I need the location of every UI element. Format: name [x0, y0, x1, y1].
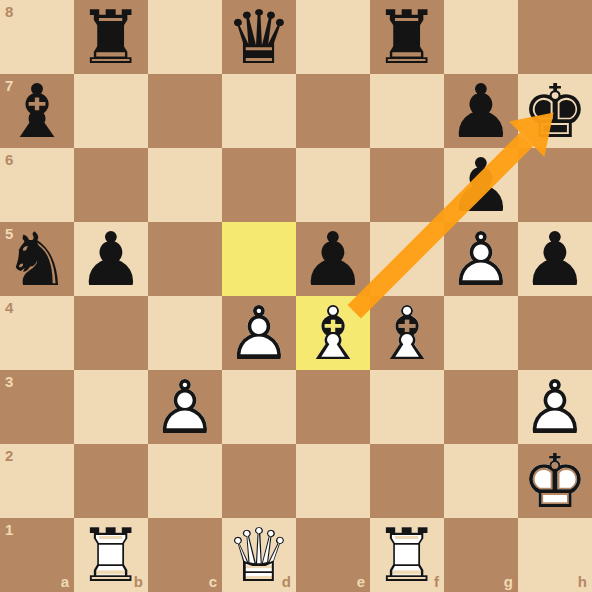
square-h8[interactable] [518, 0, 592, 74]
file-label-d: d [282, 573, 291, 590]
square-b1[interactable]: b♜♖ [74, 518, 148, 592]
square-h5[interactable]: ♟ [518, 222, 592, 296]
square-a3[interactable]: 3 [0, 370, 74, 444]
square-b2[interactable] [74, 444, 148, 518]
square-a6[interactable]: 6 [0, 148, 74, 222]
square-b4[interactable] [74, 296, 148, 370]
file-label-b: b [134, 573, 143, 590]
square-c7[interactable] [148, 74, 222, 148]
piece-black-r-b8[interactable]: ♜ [74, 0, 148, 74]
square-c8[interactable] [148, 0, 222, 74]
piece-white-p-h3[interactable]: ♟♙ [518, 370, 592, 444]
square-a4[interactable]: 4 [0, 296, 74, 370]
file-label-c: c [209, 573, 217, 590]
rank-label-5: 5 [5, 225, 13, 242]
square-a8[interactable]: 8 [0, 0, 74, 74]
square-f7[interactable] [370, 74, 444, 148]
square-h7[interactable]: ♚ [518, 74, 592, 148]
file-label-h: h [578, 573, 587, 590]
piece-black-b-a7[interactable]: ♝ [0, 74, 74, 148]
chess-board-wrap: 8♜♛♜7♝♟♚6♟5♞♟♟♟♙♟4♟♙♝♗♝♗3♟♙♟♙2♚♔1ab♜♖cd♛… [0, 0, 592, 592]
piece-white-b-f4[interactable]: ♝♗ [370, 296, 444, 370]
piece-white-p-g5[interactable]: ♟♙ [444, 222, 518, 296]
square-d2[interactable] [222, 444, 296, 518]
file-label-f: f [434, 573, 439, 590]
piece-black-k-h7[interactable]: ♚ [518, 74, 592, 148]
square-h4[interactable] [518, 296, 592, 370]
piece-white-k-h2[interactable]: ♚♔ [518, 444, 592, 518]
square-e4[interactable]: ♝♗ [296, 296, 370, 370]
square-f6[interactable] [370, 148, 444, 222]
piece-white-p-d4[interactable]: ♟♙ [222, 296, 296, 370]
rank-label-4: 4 [5, 299, 13, 316]
square-a1[interactable]: 1a [0, 518, 74, 592]
piece-white-b-e4[interactable]: ♝♗ [296, 296, 370, 370]
rank-label-6: 6 [5, 151, 13, 168]
piece-black-n-a5[interactable]: ♞ [0, 222, 74, 296]
square-g2[interactable] [444, 444, 518, 518]
piece-black-p-h5[interactable]: ♟ [518, 222, 592, 296]
square-c3[interactable]: ♟♙ [148, 370, 222, 444]
square-h6[interactable] [518, 148, 592, 222]
square-d7[interactable] [222, 74, 296, 148]
square-h1[interactable]: h [518, 518, 592, 592]
square-b7[interactable] [74, 74, 148, 148]
square-e7[interactable] [296, 74, 370, 148]
square-g7[interactable]: ♟ [444, 74, 518, 148]
file-label-e: e [357, 573, 365, 590]
rank-label-8: 8 [5, 3, 13, 20]
square-f8[interactable]: ♜ [370, 0, 444, 74]
square-c6[interactable] [148, 148, 222, 222]
square-g3[interactable] [444, 370, 518, 444]
square-g5[interactable]: ♟♙ [444, 222, 518, 296]
piece-white-r-f1[interactable]: ♜♖ [370, 518, 444, 592]
square-f5[interactable] [370, 222, 444, 296]
square-h3[interactable]: ♟♙ [518, 370, 592, 444]
square-c2[interactable] [148, 444, 222, 518]
file-label-g: g [504, 573, 513, 590]
square-a5[interactable]: 5♞ [0, 222, 74, 296]
square-d1[interactable]: d♛♕ [222, 518, 296, 592]
piece-black-r-f8[interactable]: ♜ [370, 0, 444, 74]
square-a7[interactable]: 7♝ [0, 74, 74, 148]
square-c4[interactable] [148, 296, 222, 370]
rank-label-7: 7 [5, 77, 13, 94]
rank-label-2: 2 [5, 447, 13, 464]
square-g8[interactable] [444, 0, 518, 74]
piece-white-q-d1[interactable]: ♛♕ [222, 518, 296, 592]
square-d5[interactable] [222, 222, 296, 296]
square-g4[interactable] [444, 296, 518, 370]
square-f3[interactable] [370, 370, 444, 444]
piece-white-p-c3[interactable]: ♟♙ [148, 370, 222, 444]
square-b5[interactable]: ♟ [74, 222, 148, 296]
square-e6[interactable] [296, 148, 370, 222]
file-label-a: a [61, 573, 69, 590]
square-d8[interactable]: ♛ [222, 0, 296, 74]
square-f1[interactable]: f♜♖ [370, 518, 444, 592]
piece-black-p-e5[interactable]: ♟ [296, 222, 370, 296]
square-g1[interactable]: g [444, 518, 518, 592]
square-b8[interactable]: ♜ [74, 0, 148, 74]
square-e8[interactable] [296, 0, 370, 74]
rank-label-3: 3 [5, 373, 13, 390]
square-e3[interactable] [296, 370, 370, 444]
piece-black-p-g7[interactable]: ♟ [444, 74, 518, 148]
square-d4[interactable]: ♟♙ [222, 296, 296, 370]
square-h2[interactable]: ♚♔ [518, 444, 592, 518]
rank-label-1: 1 [5, 521, 13, 538]
square-e2[interactable] [296, 444, 370, 518]
piece-black-q-d8[interactable]: ♛ [222, 0, 296, 74]
square-c5[interactable] [148, 222, 222, 296]
piece-black-p-b5[interactable]: ♟ [74, 222, 148, 296]
square-d3[interactable] [222, 370, 296, 444]
piece-black-p-g6[interactable]: ♟ [444, 148, 518, 222]
chess-board[interactable]: 8♜♛♜7♝♟♚6♟5♞♟♟♟♙♟4♟♙♝♗♝♗3♟♙♟♙2♚♔1ab♜♖cd♛… [0, 0, 592, 592]
piece-white-r-b1[interactable]: ♜♖ [74, 518, 148, 592]
square-a2[interactable]: 2 [0, 444, 74, 518]
square-c1[interactable]: c [148, 518, 222, 592]
square-b6[interactable] [74, 148, 148, 222]
square-f2[interactable] [370, 444, 444, 518]
square-g6[interactable]: ♟ [444, 148, 518, 222]
square-d6[interactable] [222, 148, 296, 222]
square-e1[interactable]: e [296, 518, 370, 592]
square-b3[interactable] [74, 370, 148, 444]
square-e5[interactable]: ♟ [296, 222, 370, 296]
square-f4[interactable]: ♝♗ [370, 296, 444, 370]
